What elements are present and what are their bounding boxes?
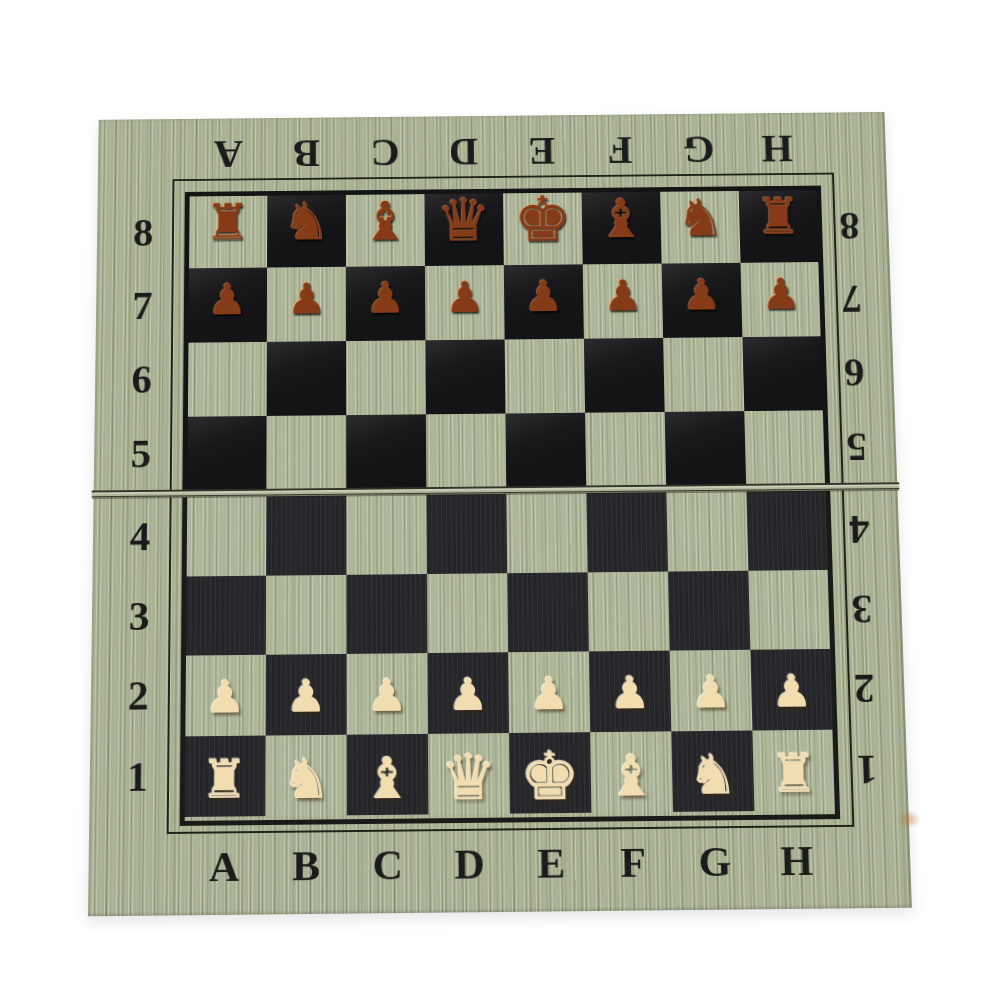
square-h3 bbox=[748, 569, 831, 649]
square-e6 bbox=[505, 338, 585, 413]
piece-black-rook-h8: ♜ bbox=[755, 192, 803, 242]
file-label-top-c: C bbox=[370, 133, 399, 172]
piece-black-pawn-e7: ♟ bbox=[524, 275, 564, 318]
piece-white-king-e1: ♚ bbox=[520, 743, 581, 810]
file-label-bottom-a: A bbox=[209, 846, 240, 888]
file-label-top-h: H bbox=[761, 129, 793, 168]
square-c8: ♝ bbox=[346, 193, 425, 267]
square-g2: ♟ bbox=[670, 650, 753, 731]
square-e1: ♚ bbox=[509, 732, 591, 814]
square-g7: ♟ bbox=[662, 263, 743, 337]
square-e2: ♟ bbox=[508, 651, 590, 732]
square-c5 bbox=[346, 414, 426, 490]
square-d4 bbox=[426, 494, 507, 574]
wood-stain bbox=[897, 810, 921, 828]
square-c4 bbox=[346, 495, 427, 575]
piece-white-pawn-g2: ♟ bbox=[690, 670, 732, 715]
rank-label-right-5: 5 bbox=[845, 427, 867, 467]
square-g6 bbox=[663, 337, 744, 412]
piece-white-bishop-c1: ♝ bbox=[362, 749, 414, 807]
square-h6 bbox=[742, 336, 823, 411]
square-g8: ♞ bbox=[660, 190, 740, 264]
piece-white-pawn-a2: ♟ bbox=[205, 675, 246, 720]
piece-white-knight-g1: ♞ bbox=[687, 747, 738, 803]
square-e7: ♟ bbox=[504, 265, 584, 339]
piece-white-knight-b1: ♞ bbox=[281, 751, 331, 807]
square-d6 bbox=[425, 339, 505, 414]
square-d2: ♟ bbox=[427, 652, 509, 733]
square-h8: ♜ bbox=[739, 189, 820, 263]
piece-black-pawn-f7: ♟ bbox=[602, 274, 643, 317]
square-a6 bbox=[187, 341, 267, 416]
rank-label-right-4: 4 bbox=[848, 510, 870, 550]
rank-label-right-1: 1 bbox=[855, 749, 877, 790]
square-f5 bbox=[585, 412, 666, 488]
square-a2: ♟ bbox=[184, 655, 265, 736]
square-d3 bbox=[427, 573, 508, 653]
file-label-bottom-d: D bbox=[454, 844, 485, 886]
rank-label-left-3: 3 bbox=[129, 596, 150, 637]
rank-label-left-2: 2 bbox=[128, 676, 149, 717]
square-f6 bbox=[584, 337, 665, 412]
square-b4 bbox=[266, 496, 346, 576]
square-g1: ♞ bbox=[671, 730, 754, 812]
rank-label-left-5: 5 bbox=[130, 434, 151, 474]
square-b5 bbox=[266, 415, 346, 491]
piece-white-pawn-e2: ♟ bbox=[528, 671, 569, 716]
square-b2: ♟ bbox=[266, 654, 347, 735]
file-label-top-g: G bbox=[682, 130, 714, 169]
square-b8: ♞ bbox=[267, 194, 346, 268]
rank-label-left-8: 8 bbox=[133, 213, 154, 252]
piece-black-rook-a8: ♜ bbox=[204, 197, 251, 247]
file-label-top-e: E bbox=[528, 132, 555, 171]
file-labels-top: ABCDEFGH bbox=[189, 122, 817, 181]
piece-black-pawn-b7: ♟ bbox=[287, 277, 327, 320]
file-label-top-d: D bbox=[449, 132, 478, 171]
square-a4 bbox=[186, 496, 267, 576]
square-d5 bbox=[426, 413, 506, 489]
square-f1: ♝ bbox=[590, 731, 673, 813]
piece-white-pawn-h2: ♟ bbox=[771, 669, 813, 714]
piece-white-queen-d1: ♛ bbox=[440, 746, 497, 810]
square-f2: ♟ bbox=[589, 651, 671, 732]
rank-label-right-6: 6 bbox=[843, 353, 865, 393]
square-e4 bbox=[506, 493, 587, 573]
piece-black-bishop-f8: ♝ bbox=[596, 192, 647, 246]
board-top-half: ♜♞♝♛♚♝♞♜♟♟♟♟♟♟♟♟ bbox=[186, 189, 826, 491]
rank-label-right-8: 8 bbox=[838, 206, 859, 245]
piece-black-pawn-d7: ♟ bbox=[445, 275, 485, 318]
square-a1: ♜ bbox=[184, 735, 266, 817]
square-f3 bbox=[588, 571, 670, 651]
piece-white-pawn-b2: ♟ bbox=[286, 674, 327, 719]
square-f7: ♟ bbox=[583, 264, 663, 338]
file-labels-bottom: ABCDEFGH bbox=[183, 831, 838, 897]
photo-background: ABCDEFGH 8765 8765 ♜♞♝♛♚♝♞♜♟♟♟♟♟♟♟♟ ♟♟♟♟… bbox=[0, 0, 1000, 1000]
file-label-bottom-h: H bbox=[780, 840, 814, 882]
file-label-bottom-c: C bbox=[373, 844, 403, 886]
piece-black-pawn-c7: ♟ bbox=[366, 276, 406, 319]
rank-label-right-3: 3 bbox=[850, 588, 872, 629]
file-label-bottom-e: E bbox=[537, 843, 565, 885]
piece-white-pawn-c2: ♟ bbox=[367, 673, 408, 718]
square-h1: ♜ bbox=[752, 729, 836, 811]
piece-white-pawn-f2: ♟ bbox=[609, 670, 651, 715]
square-c7: ♟ bbox=[346, 266, 425, 340]
piece-black-pawn-h7: ♟ bbox=[760, 272, 801, 315]
rank-labels-right-bottom: 4321 bbox=[827, 490, 898, 810]
square-g3 bbox=[668, 570, 750, 650]
rank-label-left-4: 4 bbox=[129, 517, 150, 557]
file-label-bottom-f: F bbox=[620, 842, 646, 884]
square-d7: ♟ bbox=[425, 265, 505, 339]
piece-black-pawn-g7: ♟ bbox=[681, 273, 722, 316]
piece-white-rook-h1: ♜ bbox=[769, 747, 818, 801]
square-c2: ♟ bbox=[347, 653, 428, 734]
square-h5 bbox=[744, 410, 826, 486]
square-a5 bbox=[186, 416, 266, 492]
square-c1: ♝ bbox=[347, 733, 429, 815]
square-g4 bbox=[666, 491, 748, 571]
square-c6 bbox=[346, 340, 426, 415]
piece-black-king-e8: ♚ bbox=[513, 188, 572, 251]
square-b7: ♟ bbox=[267, 267, 346, 341]
file-label-top-f: F bbox=[607, 131, 632, 170]
rank-label-left-1: 1 bbox=[127, 756, 148, 797]
piece-black-bishop-c8: ♝ bbox=[360, 194, 410, 248]
square-d1: ♛ bbox=[428, 733, 510, 815]
rank-labels-right-top: 8765 bbox=[818, 189, 887, 485]
square-g5 bbox=[665, 411, 747, 487]
square-d8: ♛ bbox=[424, 192, 503, 266]
piece-white-bishop-f1: ♝ bbox=[605, 747, 658, 805]
square-c3 bbox=[346, 574, 427, 654]
rank-label-left-6: 6 bbox=[131, 360, 152, 400]
square-h4 bbox=[746, 491, 828, 571]
square-b3 bbox=[266, 574, 347, 654]
square-b6 bbox=[267, 341, 347, 416]
piece-black-queen-d8: ♛ bbox=[436, 190, 492, 249]
square-f8: ♝ bbox=[582, 191, 662, 265]
chess-board: ABCDEFGH 8765 8765 ♜♞♝♛♚♝♞♜♟♟♟♟♟♟♟♟ ♟♟♟♟… bbox=[88, 112, 912, 916]
file-label-top-a: A bbox=[214, 135, 243, 174]
square-e5 bbox=[505, 412, 586, 488]
file-label-top-b: B bbox=[293, 134, 320, 173]
board-bottom-half: ♟♟♟♟♟♟♟♟♜♞♝♛♚♝♞♜ bbox=[184, 491, 836, 817]
square-a3 bbox=[185, 575, 266, 655]
square-h7: ♟ bbox=[740, 262, 821, 336]
rank-labels-left-bottom: 4321 bbox=[107, 497, 170, 817]
piece-white-rook-a1: ♜ bbox=[201, 753, 249, 807]
piece-black-knight-g8: ♞ bbox=[675, 192, 724, 244]
piece-black-knight-b8: ♞ bbox=[282, 196, 330, 248]
file-label-bottom-g: G bbox=[698, 841, 732, 883]
piece-black-pawn-a7: ♟ bbox=[207, 278, 247, 321]
square-f4 bbox=[586, 492, 668, 572]
square-a8: ♜ bbox=[188, 195, 267, 269]
rank-label-right-2: 2 bbox=[853, 668, 875, 709]
square-e3 bbox=[507, 572, 589, 652]
square-a7: ♟ bbox=[188, 268, 268, 342]
piece-white-pawn-d2: ♟ bbox=[448, 672, 489, 717]
square-e8: ♚ bbox=[503, 192, 583, 266]
rank-labels-left-top: 8765 bbox=[111, 196, 172, 493]
rank-label-left-7: 7 bbox=[132, 286, 153, 325]
rank-label-right-7: 7 bbox=[841, 279, 862, 318]
file-label-bottom-b: B bbox=[292, 845, 320, 887]
square-b1: ♞ bbox=[265, 734, 347, 816]
square-h2: ♟ bbox=[750, 649, 833, 730]
